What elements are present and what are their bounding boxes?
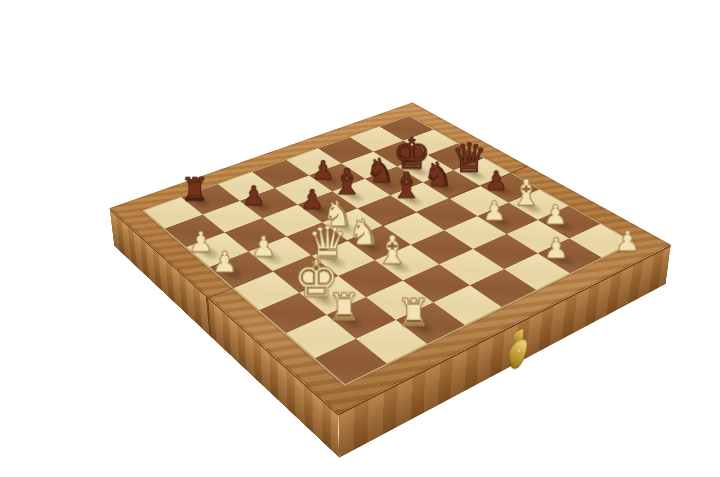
piece-shadow bbox=[215, 262, 250, 284]
piece-shadow bbox=[192, 242, 226, 263]
board-top-face: ♛♟♝♟♚♞♟♟♞♝♟♝♟♞♞♝♟♛♜♜♟♚♜♟♟ ♟ bbox=[109, 103, 671, 414]
piece-shadow bbox=[313, 171, 345, 188]
square-d2: ♟ bbox=[249, 236, 312, 271]
piece-shadow bbox=[303, 200, 336, 219]
folding-chess-board: ♛♟♝♟♚♞♟♟♞♝♟♝♟♞♞♝♟♛♜♜♟♚♜♟♟ ♟ bbox=[109, 103, 671, 414]
piece-shadow bbox=[428, 178, 461, 196]
product-photo-chess-set: ♛♟♝♟♚♞♟♟♞♝♟♝♟♞♞♝♟♛♜♜♟♚♜♟♟ ♟ bbox=[0, 0, 720, 477]
piece-shadow bbox=[380, 255, 417, 277]
piece-shadow bbox=[482, 211, 518, 231]
fold-seam-side bbox=[206, 297, 212, 338]
piece-shadow bbox=[544, 215, 581, 235]
scene: ♛♟♝♟♚♞♟♟♞♝♟♝♟♞♞♝♟♛♜♜♟♚♜♟♟ ♟ bbox=[0, 0, 720, 477]
piece-shadow bbox=[254, 246, 289, 268]
brass-clasp bbox=[505, 325, 530, 376]
piece-shadow bbox=[244, 196, 276, 215]
piece-shadow bbox=[402, 314, 442, 340]
square-a1 bbox=[144, 197, 203, 228]
piece-shadow bbox=[337, 187, 370, 205]
piece-shadow bbox=[543, 248, 581, 270]
clasp-leaf-icon bbox=[508, 336, 528, 373]
piece-shadow bbox=[305, 287, 342, 311]
piece-shadow bbox=[514, 198, 549, 217]
